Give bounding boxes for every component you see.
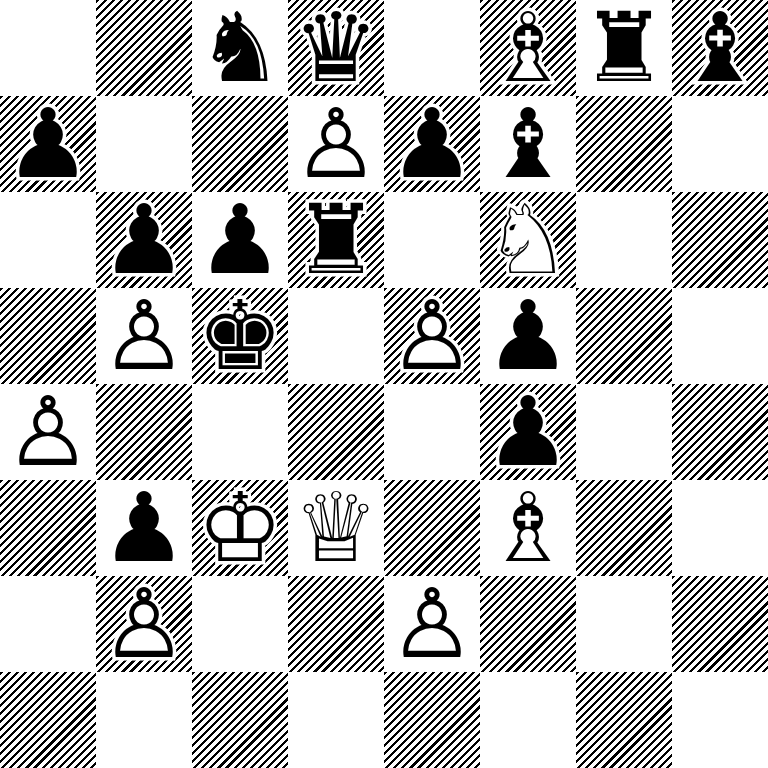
square-f1[interactable] — [480, 672, 576, 768]
piece-black-knight-icon: ♞ — [192, 0, 288, 96]
square-h8[interactable]: ♝♝ — [672, 0, 768, 96]
square-c7[interactable] — [192, 96, 288, 192]
piece-halo: ♟ — [96, 288, 192, 384]
square-d8[interactable]: ♛♛ — [288, 0, 384, 96]
square-h4[interactable] — [672, 384, 768, 480]
square-b7[interactable] — [96, 96, 192, 192]
square-f5[interactable]: ♟♟ — [480, 288, 576, 384]
square-c8[interactable]: ♞♞ — [192, 0, 288, 96]
square-b2[interactable]: ♟♙ — [96, 576, 192, 672]
square-a4[interactable]: ♟♙ — [0, 384, 96, 480]
square-e7[interactable]: ♟♟ — [384, 96, 480, 192]
piece-white-pawn-icon: ♙ — [384, 288, 480, 384]
piece-halo: ♝ — [480, 0, 576, 96]
square-a7[interactable]: ♟♟ — [0, 96, 96, 192]
piece-halo: ♟ — [384, 576, 480, 672]
square-f7[interactable]: ♝♝ — [480, 96, 576, 192]
square-e5[interactable]: ♟♙ — [384, 288, 480, 384]
square-b6[interactable]: ♟♟ — [96, 192, 192, 288]
piece-halo: ♟ — [480, 288, 576, 384]
square-b4[interactable] — [96, 384, 192, 480]
piece-white-pawn-icon: ♙ — [384, 576, 480, 672]
piece-halo: ♟ — [480, 384, 576, 480]
piece-halo: ♟ — [288, 96, 384, 192]
square-f6[interactable]: ♞♘ — [480, 192, 576, 288]
square-g1[interactable] — [576, 672, 672, 768]
square-b3[interactable]: ♟♟ — [96, 480, 192, 576]
piece-black-pawn-icon: ♟ — [192, 192, 288, 288]
square-d4[interactable] — [288, 384, 384, 480]
square-e3[interactable] — [384, 480, 480, 576]
square-h5[interactable] — [672, 288, 768, 384]
square-c3[interactable]: ♚♔ — [192, 480, 288, 576]
square-c2[interactable] — [192, 576, 288, 672]
piece-black-pawn-icon: ♟ — [480, 288, 576, 384]
square-f8[interactable]: ♝♗ — [480, 0, 576, 96]
square-g5[interactable] — [576, 288, 672, 384]
piece-halo: ♞ — [192, 0, 288, 96]
square-f4[interactable]: ♟♟ — [480, 384, 576, 480]
piece-halo: ♝ — [480, 96, 576, 192]
chess-board: ♞♞♛♛♝♗♜♜♝♝♟♟♟♙♟♟♝♝♟♟♟♟♜♜♞♘♟♙♚♚♟♙♟♟♟♙♟♟♟♟… — [0, 0, 768, 768]
square-h3[interactable] — [672, 480, 768, 576]
square-b5[interactable]: ♟♙ — [96, 288, 192, 384]
piece-black-bishop-icon: ♝ — [672, 0, 768, 96]
piece-white-bishop-icon: ♗ — [480, 480, 576, 576]
square-d1[interactable] — [288, 672, 384, 768]
square-g2[interactable] — [576, 576, 672, 672]
piece-halo: ♛ — [288, 480, 384, 576]
piece-black-pawn-icon: ♟ — [96, 480, 192, 576]
square-e6[interactable] — [384, 192, 480, 288]
piece-black-king-icon: ♚ — [192, 288, 288, 384]
piece-white-bishop-icon: ♗ — [480, 0, 576, 96]
square-e2[interactable]: ♟♙ — [384, 576, 480, 672]
piece-halo: ♟ — [0, 384, 96, 480]
piece-halo: ♟ — [0, 96, 96, 192]
square-g3[interactable] — [576, 480, 672, 576]
piece-white-pawn-icon: ♙ — [96, 288, 192, 384]
piece-halo: ♟ — [96, 576, 192, 672]
square-d6[interactable]: ♜♜ — [288, 192, 384, 288]
piece-halo: ♞ — [480, 192, 576, 288]
square-h7[interactable] — [672, 96, 768, 192]
square-a2[interactable] — [0, 576, 96, 672]
piece-halo: ♚ — [192, 480, 288, 576]
piece-black-pawn-icon: ♟ — [384, 96, 480, 192]
piece-halo: ♝ — [480, 480, 576, 576]
piece-halo: ♜ — [576, 0, 672, 96]
square-b1[interactable] — [96, 672, 192, 768]
square-g4[interactable] — [576, 384, 672, 480]
piece-black-rook-icon: ♜ — [288, 192, 384, 288]
square-h6[interactable] — [672, 192, 768, 288]
square-a5[interactable] — [0, 288, 96, 384]
piece-halo: ♚ — [192, 288, 288, 384]
piece-halo: ♟ — [384, 288, 480, 384]
piece-halo: ♝ — [672, 0, 768, 96]
piece-halo: ♟ — [96, 192, 192, 288]
square-c4[interactable] — [192, 384, 288, 480]
piece-white-pawn-icon: ♙ — [96, 576, 192, 672]
square-e4[interactable] — [384, 384, 480, 480]
square-a3[interactable] — [0, 480, 96, 576]
square-a1[interactable] — [0, 672, 96, 768]
square-g7[interactable] — [576, 96, 672, 192]
square-f3[interactable]: ♝♗ — [480, 480, 576, 576]
piece-halo: ♟ — [96, 480, 192, 576]
square-g6[interactable] — [576, 192, 672, 288]
square-g8[interactable]: ♜♜ — [576, 0, 672, 96]
piece-halo: ♟ — [384, 96, 480, 192]
piece-black-rook-icon: ♜ — [576, 0, 672, 96]
square-a8[interactable] — [0, 0, 96, 96]
piece-white-queen-icon: ♕ — [288, 480, 384, 576]
square-e1[interactable] — [384, 672, 480, 768]
piece-white-king-icon: ♔ — [192, 480, 288, 576]
square-c6[interactable]: ♟♟ — [192, 192, 288, 288]
piece-black-pawn-icon: ♟ — [480, 384, 576, 480]
square-f2[interactable] — [480, 576, 576, 672]
square-d3[interactable]: ♛♕ — [288, 480, 384, 576]
square-a6[interactable] — [0, 192, 96, 288]
piece-black-pawn-icon: ♟ — [96, 192, 192, 288]
piece-white-knight-icon: ♘ — [480, 192, 576, 288]
square-c5[interactable]: ♚♚ — [192, 288, 288, 384]
square-c1[interactable] — [192, 672, 288, 768]
square-h2[interactable] — [672, 576, 768, 672]
piece-white-pawn-icon: ♙ — [0, 384, 96, 480]
piece-black-pawn-icon: ♟ — [0, 96, 96, 192]
square-d2[interactable] — [288, 576, 384, 672]
piece-halo: ♟ — [192, 192, 288, 288]
piece-halo: ♜ — [288, 192, 384, 288]
piece-black-queen-icon: ♛ — [288, 0, 384, 96]
square-e8[interactable] — [384, 0, 480, 96]
square-b8[interactable] — [96, 0, 192, 96]
square-d5[interactable] — [288, 288, 384, 384]
square-d7[interactable]: ♟♙ — [288, 96, 384, 192]
square-h1[interactable] — [672, 672, 768, 768]
piece-halo: ♛ — [288, 0, 384, 96]
piece-white-pawn-icon: ♙ — [288, 96, 384, 192]
piece-black-bishop-icon: ♝ — [480, 96, 576, 192]
